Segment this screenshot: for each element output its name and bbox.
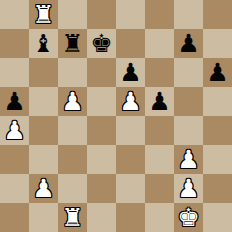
square-a4[interactable]: ♟ bbox=[0, 116, 29, 145]
square-h2[interactable] bbox=[203, 174, 232, 203]
square-c6[interactable] bbox=[58, 58, 87, 87]
square-h5[interactable] bbox=[203, 87, 232, 116]
square-f7[interactable] bbox=[145, 29, 174, 58]
piece-white-rook: ♜ bbox=[32, 0, 54, 29]
square-h7[interactable] bbox=[203, 29, 232, 58]
square-b6[interactable] bbox=[29, 58, 58, 87]
square-f3[interactable] bbox=[145, 145, 174, 174]
square-d3[interactable] bbox=[87, 145, 116, 174]
square-f4[interactable] bbox=[145, 116, 174, 145]
square-b2[interactable]: ♟ bbox=[29, 174, 58, 203]
square-h4[interactable] bbox=[203, 116, 232, 145]
square-e8[interactable] bbox=[116, 0, 145, 29]
square-e5[interactable]: ♟ bbox=[116, 87, 145, 116]
square-d7[interactable]: ♚ bbox=[87, 29, 116, 58]
square-b5[interactable] bbox=[29, 87, 58, 116]
square-e4[interactable] bbox=[116, 116, 145, 145]
square-d4[interactable] bbox=[87, 116, 116, 145]
square-b3[interactable] bbox=[29, 145, 58, 174]
piece-black-pawn: ♟ bbox=[3, 87, 25, 116]
square-f5[interactable]: ♟ bbox=[145, 87, 174, 116]
piece-white-pawn: ♟ bbox=[177, 174, 199, 203]
square-g5[interactable] bbox=[174, 87, 203, 116]
square-a3[interactable] bbox=[0, 145, 29, 174]
square-d2[interactable] bbox=[87, 174, 116, 203]
piece-black-king: ♚ bbox=[90, 29, 112, 58]
square-h3[interactable] bbox=[203, 145, 232, 174]
square-c8[interactable] bbox=[58, 0, 87, 29]
piece-black-bishop: ♝ bbox=[32, 29, 54, 58]
piece-black-pawn: ♟ bbox=[119, 58, 141, 87]
square-a2[interactable] bbox=[0, 174, 29, 203]
piece-white-pawn: ♟ bbox=[119, 87, 141, 116]
square-h1[interactable] bbox=[203, 203, 232, 232]
square-f8[interactable] bbox=[145, 0, 174, 29]
piece-white-pawn: ♟ bbox=[177, 145, 199, 174]
square-a5[interactable]: ♟ bbox=[0, 87, 29, 116]
square-c2[interactable] bbox=[58, 174, 87, 203]
square-d5[interactable] bbox=[87, 87, 116, 116]
square-f6[interactable] bbox=[145, 58, 174, 87]
square-g2[interactable]: ♟ bbox=[174, 174, 203, 203]
square-g4[interactable] bbox=[174, 116, 203, 145]
square-c4[interactable] bbox=[58, 116, 87, 145]
piece-white-pawn: ♟ bbox=[32, 174, 54, 203]
piece-white-rook: ♜ bbox=[61, 203, 83, 232]
square-e6[interactable]: ♟ bbox=[116, 58, 145, 87]
piece-white-pawn: ♟ bbox=[3, 116, 25, 145]
piece-black-pawn: ♟ bbox=[177, 29, 199, 58]
square-b8[interactable]: ♜ bbox=[29, 0, 58, 29]
piece-white-king: ♚ bbox=[177, 203, 199, 232]
square-b1[interactable] bbox=[29, 203, 58, 232]
square-e2[interactable] bbox=[116, 174, 145, 203]
square-g6[interactable] bbox=[174, 58, 203, 87]
square-a8[interactable] bbox=[0, 0, 29, 29]
square-d8[interactable] bbox=[87, 0, 116, 29]
chess-board: ♜♝♜♚♟♟♟♟♟♟♟♟♟♟♟♜♚ bbox=[0, 0, 232, 232]
square-d6[interactable] bbox=[87, 58, 116, 87]
piece-black-pawn: ♟ bbox=[148, 87, 170, 116]
square-g1[interactable]: ♚ bbox=[174, 203, 203, 232]
piece-black-pawn: ♟ bbox=[206, 58, 228, 87]
square-e7[interactable] bbox=[116, 29, 145, 58]
square-h6[interactable]: ♟ bbox=[203, 58, 232, 87]
square-c3[interactable] bbox=[58, 145, 87, 174]
square-g8[interactable] bbox=[174, 0, 203, 29]
square-e3[interactable] bbox=[116, 145, 145, 174]
square-g7[interactable]: ♟ bbox=[174, 29, 203, 58]
piece-black-rook: ♜ bbox=[61, 29, 83, 58]
square-c1[interactable]: ♜ bbox=[58, 203, 87, 232]
square-e1[interactable] bbox=[116, 203, 145, 232]
square-g3[interactable]: ♟ bbox=[174, 145, 203, 174]
square-f1[interactable] bbox=[145, 203, 174, 232]
square-a1[interactable] bbox=[0, 203, 29, 232]
square-b7[interactable]: ♝ bbox=[29, 29, 58, 58]
square-a6[interactable] bbox=[0, 58, 29, 87]
piece-white-pawn: ♟ bbox=[61, 87, 83, 116]
square-a7[interactable] bbox=[0, 29, 29, 58]
square-c7[interactable]: ♜ bbox=[58, 29, 87, 58]
square-b4[interactable] bbox=[29, 116, 58, 145]
square-c5[interactable]: ♟ bbox=[58, 87, 87, 116]
square-d1[interactable] bbox=[87, 203, 116, 232]
square-h8[interactable] bbox=[203, 0, 232, 29]
square-f2[interactable] bbox=[145, 174, 174, 203]
